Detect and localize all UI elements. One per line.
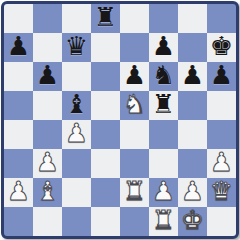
square-f8[interactable] xyxy=(149,4,178,33)
square-c8[interactable] xyxy=(62,4,91,33)
square-f6[interactable]: ♞ xyxy=(149,62,178,91)
square-f2[interactable]: ♟ xyxy=(149,178,178,207)
piece-white-rook[interactable]: ♜ xyxy=(123,177,146,206)
square-a5[interactable] xyxy=(4,91,33,120)
square-g3[interactable] xyxy=(178,149,207,178)
square-d8[interactable]: ♜ xyxy=(91,4,120,33)
square-c6[interactable] xyxy=(62,62,91,91)
square-b8[interactable] xyxy=(33,4,62,33)
piece-white-pawn[interactable]: ♟ xyxy=(7,177,30,206)
square-g7[interactable] xyxy=(178,33,207,62)
square-g1[interactable]: ♚ xyxy=(178,207,207,236)
piece-black-knight[interactable]: ♞ xyxy=(152,61,175,90)
piece-white-pawn[interactable]: ♟ xyxy=(65,119,88,148)
piece-black-pawn[interactable]: ♟ xyxy=(36,61,59,90)
piece-black-pawn[interactable]: ♟ xyxy=(181,61,204,90)
square-b2[interactable]: ♝ xyxy=(33,178,62,207)
square-c2[interactable] xyxy=(62,178,91,207)
piece-black-pawn[interactable]: ♟ xyxy=(210,61,233,90)
square-d1[interactable] xyxy=(91,207,120,236)
chessboard: ♜♟♛♟♚♟♟♞♟♟♝♞♜♟♟♟♟♝♜♟♟♛♜♚ xyxy=(4,4,236,236)
square-h1[interactable] xyxy=(207,207,236,236)
piece-white-rook[interactable]: ♜ xyxy=(152,206,175,235)
square-d3[interactable] xyxy=(91,149,120,178)
square-e3[interactable] xyxy=(120,149,149,178)
piece-black-pawn[interactable]: ♟ xyxy=(7,32,30,61)
square-b3[interactable]: ♟ xyxy=(33,149,62,178)
piece-white-king[interactable]: ♚ xyxy=(181,206,204,235)
square-g5[interactable] xyxy=(178,91,207,120)
piece-white-pawn[interactable]: ♟ xyxy=(181,177,204,206)
square-f3[interactable] xyxy=(149,149,178,178)
square-a8[interactable] xyxy=(4,4,33,33)
square-b5[interactable] xyxy=(33,91,62,120)
square-g2[interactable]: ♟ xyxy=(178,178,207,207)
square-a3[interactable] xyxy=(4,149,33,178)
square-b1[interactable] xyxy=(33,207,62,236)
square-d7[interactable] xyxy=(91,33,120,62)
square-f5[interactable]: ♜ xyxy=(149,91,178,120)
square-e5[interactable]: ♞ xyxy=(120,91,149,120)
square-e8[interactable] xyxy=(120,4,149,33)
piece-white-pawn[interactable]: ♟ xyxy=(152,177,175,206)
square-h4[interactable] xyxy=(207,120,236,149)
chess-diagram: ♜♟♛♟♚♟♟♞♟♟♝♞♜♟♟♟♟♝♜♟♟♛♜♚ xyxy=(0,0,240,240)
square-d5[interactable] xyxy=(91,91,120,120)
square-g8[interactable] xyxy=(178,4,207,33)
square-e4[interactable] xyxy=(120,120,149,149)
piece-white-queen[interactable]: ♛ xyxy=(210,177,233,206)
square-h7[interactable]: ♚ xyxy=(207,33,236,62)
square-c3[interactable] xyxy=(62,149,91,178)
square-c7[interactable]: ♛ xyxy=(62,33,91,62)
piece-black-queen[interactable]: ♛ xyxy=(65,32,88,61)
square-c4[interactable]: ♟ xyxy=(62,120,91,149)
square-f1[interactable]: ♜ xyxy=(149,207,178,236)
piece-black-king[interactable]: ♚ xyxy=(210,32,233,61)
square-a4[interactable] xyxy=(4,120,33,149)
square-c5[interactable]: ♝ xyxy=(62,91,91,120)
square-a7[interactable]: ♟ xyxy=(4,33,33,62)
square-g6[interactable]: ♟ xyxy=(178,62,207,91)
square-e1[interactable] xyxy=(120,207,149,236)
square-h5[interactable] xyxy=(207,91,236,120)
piece-white-knight[interactable]: ♞ xyxy=(123,90,146,119)
square-d6[interactable] xyxy=(91,62,120,91)
piece-white-pawn[interactable]: ♟ xyxy=(36,148,59,177)
piece-black-pawn[interactable]: ♟ xyxy=(152,32,175,61)
piece-black-rook[interactable]: ♜ xyxy=(94,3,117,32)
square-a1[interactable] xyxy=(4,207,33,236)
square-f7[interactable]: ♟ xyxy=(149,33,178,62)
piece-black-bishop[interactable]: ♝ xyxy=(65,90,88,119)
square-h2[interactable]: ♛ xyxy=(207,178,236,207)
square-b4[interactable] xyxy=(33,120,62,149)
square-h6[interactable]: ♟ xyxy=(207,62,236,91)
square-f4[interactable] xyxy=(149,120,178,149)
square-d4[interactable] xyxy=(91,120,120,149)
square-g4[interactable] xyxy=(178,120,207,149)
piece-white-bishop[interactable]: ♝ xyxy=(36,177,59,206)
piece-black-pawn[interactable]: ♟ xyxy=(123,61,146,90)
square-h8[interactable] xyxy=(207,4,236,33)
board-frame: ♜♟♛♟♚♟♟♞♟♟♝♞♜♟♟♟♟♝♜♟♟♛♜♚ xyxy=(1,1,239,239)
square-b7[interactable] xyxy=(33,33,62,62)
square-e6[interactable]: ♟ xyxy=(120,62,149,91)
square-e7[interactable] xyxy=(120,33,149,62)
square-a2[interactable]: ♟ xyxy=(4,178,33,207)
square-c1[interactable] xyxy=(62,207,91,236)
piece-black-rook[interactable]: ♜ xyxy=(152,90,175,119)
square-d2[interactable] xyxy=(91,178,120,207)
piece-white-pawn[interactable]: ♟ xyxy=(210,148,233,177)
square-b6[interactable]: ♟ xyxy=(33,62,62,91)
square-a6[interactable] xyxy=(4,62,33,91)
square-e2[interactable]: ♜ xyxy=(120,178,149,207)
square-h3[interactable]: ♟ xyxy=(207,149,236,178)
